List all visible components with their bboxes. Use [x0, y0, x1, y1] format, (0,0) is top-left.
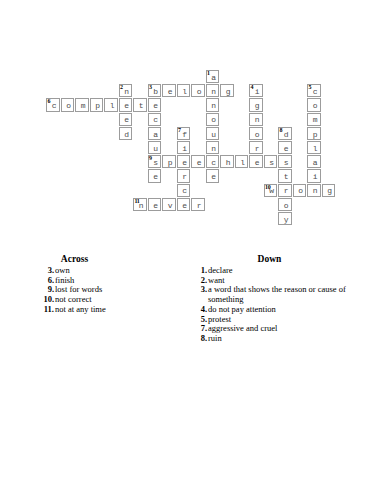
across-header: Across: [36, 254, 113, 265]
cell-r5c10[interactable]: 7f: [177, 127, 191, 140]
cell-r9c18[interactable]: o: [293, 184, 307, 197]
cell-letter: i: [308, 170, 320, 181]
cell-letter: g: [250, 99, 262, 110]
cell-letter: n: [134, 199, 146, 210]
clue-text: want: [208, 275, 225, 285]
clue-text: protest: [208, 314, 231, 324]
cell-r2c13[interactable]: g: [220, 84, 234, 97]
cell-letter: p: [91, 99, 103, 110]
cell-letter: e: [207, 170, 219, 181]
cell-letter: o: [308, 99, 320, 110]
cell-letter: a: [308, 156, 320, 167]
cell-letter: c: [47, 99, 59, 110]
cell-r4c6[interactable]: e: [119, 113, 133, 126]
cell-letter: i: [250, 85, 262, 96]
cell-letter: c: [207, 156, 219, 167]
cell-r4c15[interactable]: n: [249, 113, 263, 126]
cell-r2c12[interactable]: n: [206, 84, 220, 97]
cell-r8c17[interactable]: t: [278, 169, 292, 182]
cell-letter: c: [149, 114, 161, 125]
crossword-page: 1a2n3belong4i5c6completengoeconmda7fuo8d…: [0, 0, 386, 500]
cell-r10c11[interactable]: r: [191, 198, 205, 211]
cell-r7c8[interactable]: 9s: [148, 155, 162, 168]
cell-r9c17[interactable]: r: [278, 184, 292, 197]
clue-text: ruin: [208, 333, 222, 343]
cell-letter: o: [62, 99, 74, 110]
clue-label: 3.: [189, 285, 207, 295]
cell-letter: s: [279, 156, 291, 167]
cell-r8c10[interactable]: r: [177, 169, 191, 182]
cell-letter: l: [308, 142, 320, 153]
cell-r9c16[interactable]: 10w: [264, 184, 278, 197]
clue-text: not at any time: [55, 304, 106, 314]
cell-r3c5[interactable]: l: [104, 98, 118, 111]
cell-r11c17[interactable]: y: [278, 212, 292, 225]
cell-letter: e: [149, 170, 161, 181]
cell-r5c15[interactable]: o: [249, 127, 263, 140]
cell-r7c15[interactable]: e: [249, 155, 263, 168]
down-clue-list: 1.declare2.want3.a word that shows the r…: [189, 266, 350, 344]
clue-text: aggressive and cruel: [208, 323, 277, 333]
cell-letter: e: [120, 114, 132, 125]
clue-label: 8.: [189, 334, 207, 344]
cell-letter: r: [250, 142, 262, 153]
clue-text: own: [55, 265, 70, 275]
cell-letter: e: [279, 142, 291, 153]
cell-letter: e: [149, 99, 161, 110]
cell-letter: m: [76, 99, 88, 110]
cell-r6c15[interactable]: r: [249, 141, 263, 154]
cell-letter: e: [120, 99, 132, 110]
cell-letter: e: [178, 199, 190, 210]
cell-letter: s: [149, 156, 161, 167]
cell-r2c15[interactable]: 4i: [249, 84, 263, 97]
cell-r7c11[interactable]: e: [191, 155, 205, 168]
cell-letter: m: [308, 114, 320, 125]
clue-text: do not pay attention: [208, 304, 276, 314]
cell-r5c12[interactable]: u: [206, 127, 220, 140]
cell-r2c6[interactable]: 2n: [119, 84, 133, 97]
clue-text: finish: [55, 275, 74, 285]
cell-r4c8[interactable]: c: [148, 113, 162, 126]
clue-text: a word that shows the reason or cause of…: [208, 284, 346, 304]
cell-letter: e: [178, 156, 190, 167]
cell-r3c1[interactable]: 6c: [46, 98, 60, 111]
cell-letter: d: [279, 128, 291, 139]
cell-letter: n: [120, 85, 132, 96]
cell-letter: o: [250, 128, 262, 139]
cell-r6c12[interactable]: n: [206, 141, 220, 154]
cell-r8c19[interactable]: i: [307, 169, 321, 182]
cell-r3c6[interactable]: e: [119, 98, 133, 111]
cell-letter: e: [250, 156, 262, 167]
down-clue-3: 3.a word that shows the reason or cause …: [189, 285, 350, 304]
clue-text: declare: [208, 265, 233, 275]
cell-r9c19[interactable]: n: [307, 184, 321, 197]
cell-letter: h: [221, 156, 233, 167]
cell-letter: p: [308, 128, 320, 139]
down-header: Down: [189, 254, 350, 265]
cell-r5c8[interactable]: a: [148, 127, 162, 140]
cell-letter: c: [308, 85, 320, 96]
cell-r3c19[interactable]: o: [307, 98, 321, 111]
cell-r3c2[interactable]: o: [61, 98, 75, 111]
cell-letter: n: [250, 114, 262, 125]
cell-letter: g: [221, 85, 233, 96]
cell-r7c14[interactable]: l: [235, 155, 249, 168]
cell-letter: o: [294, 185, 306, 196]
cell-r10c10[interactable]: e: [177, 198, 191, 211]
cell-letter: d: [120, 128, 132, 139]
cell-letter: g: [323, 185, 335, 196]
cell-letter: i: [178, 142, 190, 153]
cell-r7c16[interactable]: s: [264, 155, 278, 168]
cell-r10c8[interactable]: e: [148, 198, 162, 211]
cell-r2c11[interactable]: o: [191, 84, 205, 97]
cell-letter: l: [178, 85, 190, 96]
cell-letter: f: [178, 128, 190, 139]
cell-r6c19[interactable]: l: [307, 141, 321, 154]
cell-letter: r: [279, 185, 291, 196]
cell-r3c7[interactable]: t: [133, 98, 147, 111]
cell-r3c8[interactable]: e: [148, 98, 162, 111]
cell-r5c6[interactable]: d: [119, 127, 133, 140]
cell-letter: b: [149, 85, 161, 96]
cell-r1c12[interactable]: 1a: [206, 70, 220, 83]
cell-letter: e: [192, 156, 204, 167]
cell-r7c17[interactable]: s: [278, 155, 292, 168]
cell-letter: r: [192, 199, 204, 210]
cell-r6c8[interactable]: u: [148, 141, 162, 154]
cell-r8c8[interactable]: e: [148, 169, 162, 182]
cell-letter: e: [163, 85, 175, 96]
cell-r2c9[interactable]: e: [162, 84, 176, 97]
cell-r7c9[interactable]: p: [162, 155, 176, 168]
cell-letter: l: [236, 156, 248, 167]
cell-r5c19[interactable]: p: [307, 127, 321, 140]
cell-r9c20[interactable]: g: [322, 184, 336, 197]
cell-r10c17[interactable]: o: [278, 198, 292, 211]
cell-letter: c: [178, 185, 190, 196]
cell-letter: s: [265, 156, 277, 167]
cell-r3c12[interactable]: n: [206, 98, 220, 111]
cell-letter: o: [279, 199, 291, 210]
cell-r7c19[interactable]: a: [307, 155, 321, 168]
cell-letter: e: [149, 199, 161, 210]
cell-r10c9[interactable]: v: [162, 198, 176, 211]
cell-letter: o: [207, 114, 219, 125]
cell-letter: r: [178, 170, 190, 181]
down-clues-section: Down 1.declare2.want3.a word that shows …: [189, 254, 350, 344]
across-clues-section: Across 3.own6.finish9.lost for words10.n…: [36, 254, 113, 315]
cell-letter: v: [163, 199, 175, 210]
cell-letter: l: [105, 99, 117, 110]
cell-r7c13[interactable]: h: [220, 155, 234, 168]
cell-letter: u: [207, 128, 219, 139]
cell-r4c19[interactable]: m: [307, 113, 321, 126]
cell-letter: t: [279, 170, 291, 181]
cell-r2c8[interactable]: 3b: [148, 84, 162, 97]
down-clue-8: 8.ruin: [189, 334, 350, 344]
cell-letter: n: [207, 85, 219, 96]
cell-letter: n: [308, 185, 320, 196]
cell-letter: u: [149, 142, 161, 153]
cell-r10c7[interactable]: 11n: [133, 198, 147, 211]
cell-letter: p: [163, 156, 175, 167]
cell-r7c10[interactable]: e: [177, 155, 191, 168]
cell-letter: o: [192, 85, 204, 96]
cell-letter: y: [279, 213, 291, 224]
cell-r8c12[interactable]: e: [206, 169, 220, 182]
cell-r2c10[interactable]: l: [177, 84, 191, 97]
clue-text: not correct: [55, 294, 92, 304]
across-clue-list: 3.own6.finish9.lost for words10.not corr…: [36, 266, 113, 315]
cell-r6c10[interactable]: i: [177, 141, 191, 154]
cell-letter: a: [149, 128, 161, 139]
cell-r3c4[interactable]: p: [90, 98, 104, 111]
cell-r3c15[interactable]: g: [249, 98, 263, 111]
cell-r6c17[interactable]: e: [278, 141, 292, 154]
cell-r9c10[interactable]: c: [177, 184, 191, 197]
cell-letter: t: [134, 99, 146, 110]
cell-letter: w: [265, 185, 277, 196]
cell-letter: a: [207, 71, 219, 82]
across-clue-11: 11.not at any time: [36, 305, 113, 315]
cell-r5c17[interactable]: 8d: [278, 127, 292, 140]
cell-letter: n: [207, 99, 219, 110]
cell-r4c12[interactable]: o: [206, 113, 220, 126]
cell-r2c19[interactable]: 5c: [307, 84, 321, 97]
crossword-grid: 1a2n3belong4i5c6completengoeconmda7fuo8d…: [46, 70, 336, 226]
clue-text: lost for words: [55, 284, 102, 294]
cell-r3c3[interactable]: m: [75, 98, 89, 111]
cell-r7c12[interactable]: c: [206, 155, 220, 168]
clue-label: 11.: [36, 305, 54, 315]
cell-letter: n: [207, 142, 219, 153]
